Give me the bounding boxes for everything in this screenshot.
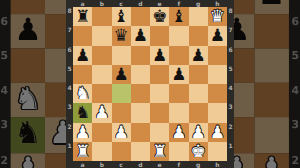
- square-b3[interactable]: ♟: [92, 103, 111, 122]
- rank-label-2: 2: [66, 123, 73, 142]
- square-e5[interactable]: [150, 65, 169, 84]
- square-a2: ♟: [11, 152, 46, 168]
- rank-label-7: 7: [289, 0, 300, 13]
- piece-white-pawn[interactable]: ♟: [114, 123, 129, 140]
- square-h2: ♟: [254, 152, 289, 168]
- file-label-f: f: [169, 0, 188, 7]
- square-d4[interactable]: [131, 84, 150, 103]
- square-a3[interactable]: ♞: [73, 103, 92, 122]
- square-b6[interactable]: [92, 46, 111, 65]
- rank-label-4: 4: [0, 83, 11, 118]
- piece-white-pawn[interactable]: ♟: [210, 123, 225, 140]
- square-h6: [254, 13, 289, 48]
- square-g3[interactable]: [189, 103, 208, 122]
- piece-white-pawn: ♟: [14, 153, 42, 168]
- rank-label-8: 8: [227, 7, 234, 26]
- square-d6[interactable]: [131, 46, 150, 65]
- file-label-h: h: [208, 161, 227, 168]
- square-e8[interactable]: ♚: [150, 7, 169, 26]
- rank-label-7: 7: [66, 26, 73, 45]
- square-a7[interactable]: [73, 26, 92, 45]
- piece-white-knight: ♞: [14, 84, 42, 115]
- rank-label-1: 1: [227, 142, 234, 161]
- piece-black-king[interactable]: ♚: [152, 8, 167, 25]
- rank-label-3: 3: [66, 103, 73, 122]
- piece-black-pawn[interactable]: ♟: [152, 46, 167, 63]
- square-c6[interactable]: [112, 46, 131, 65]
- piece-black-pawn[interactable]: ♟: [171, 65, 186, 82]
- square-g7[interactable]: [189, 26, 208, 45]
- square-e6[interactable]: ♟: [150, 46, 169, 65]
- piece-white-pawn[interactable]: ♟: [171, 123, 186, 140]
- square-h4[interactable]: [208, 84, 227, 103]
- square-f5[interactable]: ♟: [169, 65, 188, 84]
- square-c5[interactable]: ♟: [112, 65, 131, 84]
- piece-black-pawn[interactable]: ♟: [133, 27, 148, 44]
- square-a6: ♟: [11, 13, 46, 48]
- square-e7[interactable]: [150, 26, 169, 45]
- rank-label-7: 7: [227, 26, 234, 45]
- piece-black-pawn: ♟: [258, 0, 286, 10]
- square-g5[interactable]: [189, 65, 208, 84]
- piece-white-pawn[interactable]: ♟: [75, 123, 90, 140]
- piece-black-rook[interactable]: ♜: [75, 8, 90, 25]
- square-a8[interactable]: ♜: [73, 7, 92, 26]
- rank-label-5: 5: [0, 48, 11, 83]
- rank-label-5: 5: [227, 65, 234, 84]
- piece-black-pawn[interactable]: ♟: [210, 27, 225, 44]
- square-a4[interactable]: ♞: [73, 84, 92, 103]
- square-g4[interactable]: [189, 84, 208, 103]
- square-d5[interactable]: [131, 65, 150, 84]
- square-d8[interactable]: [131, 7, 150, 26]
- rank-label-5: 5: [66, 65, 73, 84]
- rank-label-2: 2: [0, 152, 11, 168]
- square-f1[interactable]: [169, 142, 188, 161]
- square-b8[interactable]: [92, 7, 111, 26]
- square-c8[interactable]: ♝: [112, 7, 131, 26]
- rank-label-2: 2: [227, 123, 234, 142]
- square-b1[interactable]: [92, 142, 111, 161]
- piece-white-knight[interactable]: ♞: [75, 85, 90, 102]
- square-c4[interactable]: [112, 84, 131, 103]
- square-h2[interactable]: ♟: [208, 123, 227, 142]
- square-e1[interactable]: ♜: [150, 142, 169, 161]
- square-d7[interactable]: ♟: [131, 26, 150, 45]
- piece-black-knight[interactable]: ♞: [75, 104, 90, 121]
- square-b5[interactable]: [92, 65, 111, 84]
- square-h8[interactable]: ♛: [208, 7, 227, 26]
- file-label-d: d: [131, 161, 150, 168]
- square-h5: [254, 48, 289, 83]
- square-f2[interactable]: ♟: [169, 123, 188, 142]
- rank-label-3: 3: [227, 103, 234, 122]
- square-g1[interactable]: ♚: [189, 142, 208, 161]
- file-label-a: a: [73, 161, 92, 168]
- square-f3[interactable]: [169, 103, 188, 122]
- square-f4[interactable]: [169, 84, 188, 103]
- rank-label-6: 6: [0, 13, 11, 48]
- square-h6[interactable]: [208, 46, 227, 65]
- square-c1[interactable]: [112, 142, 131, 161]
- piece-white-queen[interactable]: ♛: [210, 8, 225, 25]
- square-h3[interactable]: [208, 103, 227, 122]
- square-e4[interactable]: [150, 84, 169, 103]
- file-label-f: f: [169, 161, 188, 168]
- piece-white-rook[interactable]: ♜: [75, 142, 90, 159]
- square-c2[interactable]: ♟: [112, 123, 131, 142]
- piece-white-pawn: ♟: [258, 153, 286, 168]
- square-e3[interactable]: [150, 103, 169, 122]
- square-b2[interactable]: [92, 123, 111, 142]
- square-c7[interactable]: ♛: [112, 26, 131, 45]
- rank-label-8: 8: [66, 7, 73, 26]
- square-a5[interactable]: [73, 65, 92, 84]
- square-a6[interactable]: ♟: [73, 46, 92, 65]
- piece-black-pawn[interactable]: ♟: [114, 65, 129, 82]
- piece-white-king[interactable]: ♚: [191, 142, 206, 159]
- square-c3[interactable]: [112, 103, 131, 122]
- chess-app: abcdefghabcdefgh8765432187654321♜♝♚♝♛♛♟♟…: [0, 0, 300, 168]
- square-g8[interactable]: [189, 7, 208, 26]
- square-a3: ♞: [11, 118, 46, 153]
- rank-label-4: 4: [289, 83, 300, 118]
- rank-label-5: 5: [289, 48, 300, 83]
- square-d3[interactable]: [131, 103, 150, 122]
- rank-label-4: 4: [66, 84, 73, 103]
- square-f6[interactable]: [169, 46, 188, 65]
- file-label-b: b: [92, 161, 111, 168]
- square-e2[interactable]: [150, 123, 169, 142]
- piece-white-pawn[interactable]: ♟: [94, 104, 109, 121]
- rank-label-7: 7: [0, 0, 11, 13]
- square-a5: [11, 48, 46, 83]
- square-h1[interactable]: [208, 142, 227, 161]
- file-label-c: c: [112, 0, 131, 7]
- rank-label-3: 3: [289, 118, 300, 153]
- square-f7[interactable]: [169, 26, 188, 45]
- square-a7: [11, 0, 46, 13]
- square-a1[interactable]: ♜: [73, 142, 92, 161]
- file-label-b: b: [92, 0, 111, 7]
- rank-label-3: 3: [0, 118, 11, 153]
- piece-black-pawn[interactable]: ♟: [75, 46, 90, 63]
- file-label-a: a: [73, 0, 92, 7]
- square-d1[interactable]: [131, 142, 150, 161]
- file-label-e: e: [150, 161, 169, 168]
- file-label-g: g: [189, 161, 208, 168]
- piece-black-knight: ♞: [14, 119, 42, 150]
- square-b7[interactable]: [92, 26, 111, 45]
- chess-board[interactable]: abcdefghabcdefgh8765432187654321♜♝♚♝♛♛♟♟…: [66, 0, 234, 168]
- square-h3: [254, 118, 289, 153]
- piece-black-pawn: ♟: [14, 14, 42, 45]
- piece-white-pawn[interactable]: ♟: [191, 123, 206, 140]
- square-f8[interactable]: ♝: [169, 7, 188, 26]
- piece-white-rook[interactable]: ♜: [152, 142, 167, 159]
- square-h7: ♟: [254, 0, 289, 13]
- square-h5[interactable]: [208, 65, 227, 84]
- square-h4: [254, 83, 289, 118]
- piece-black-bishop[interactable]: ♝: [114, 8, 129, 25]
- file-label-c: c: [112, 161, 131, 168]
- square-a2[interactable]: ♟: [73, 123, 92, 142]
- file-label-e: e: [150, 0, 169, 7]
- rank-label-2: 2: [289, 152, 300, 168]
- square-d2[interactable]: [131, 123, 150, 142]
- square-a4: ♞: [11, 83, 46, 118]
- file-label-h: h: [208, 0, 227, 7]
- rank-label-6: 6: [289, 13, 300, 48]
- rank-label-6: 6: [227, 46, 234, 65]
- square-g6[interactable]: ♟: [189, 46, 208, 65]
- piece-black-pawn[interactable]: ♟: [191, 46, 206, 63]
- rank-label-1: 1: [66, 142, 73, 161]
- rank-label-6: 6: [66, 46, 73, 65]
- rank-label-4: 4: [227, 84, 234, 103]
- piece-black-bishop[interactable]: ♝: [171, 8, 186, 25]
- file-label-g: g: [189, 0, 208, 7]
- file-label-d: d: [131, 0, 150, 7]
- square-h7[interactable]: ♟: [208, 26, 227, 45]
- square-g2[interactable]: ♟: [189, 123, 208, 142]
- piece-black-queen[interactable]: ♛: [114, 27, 129, 44]
- square-b4[interactable]: [92, 84, 111, 103]
